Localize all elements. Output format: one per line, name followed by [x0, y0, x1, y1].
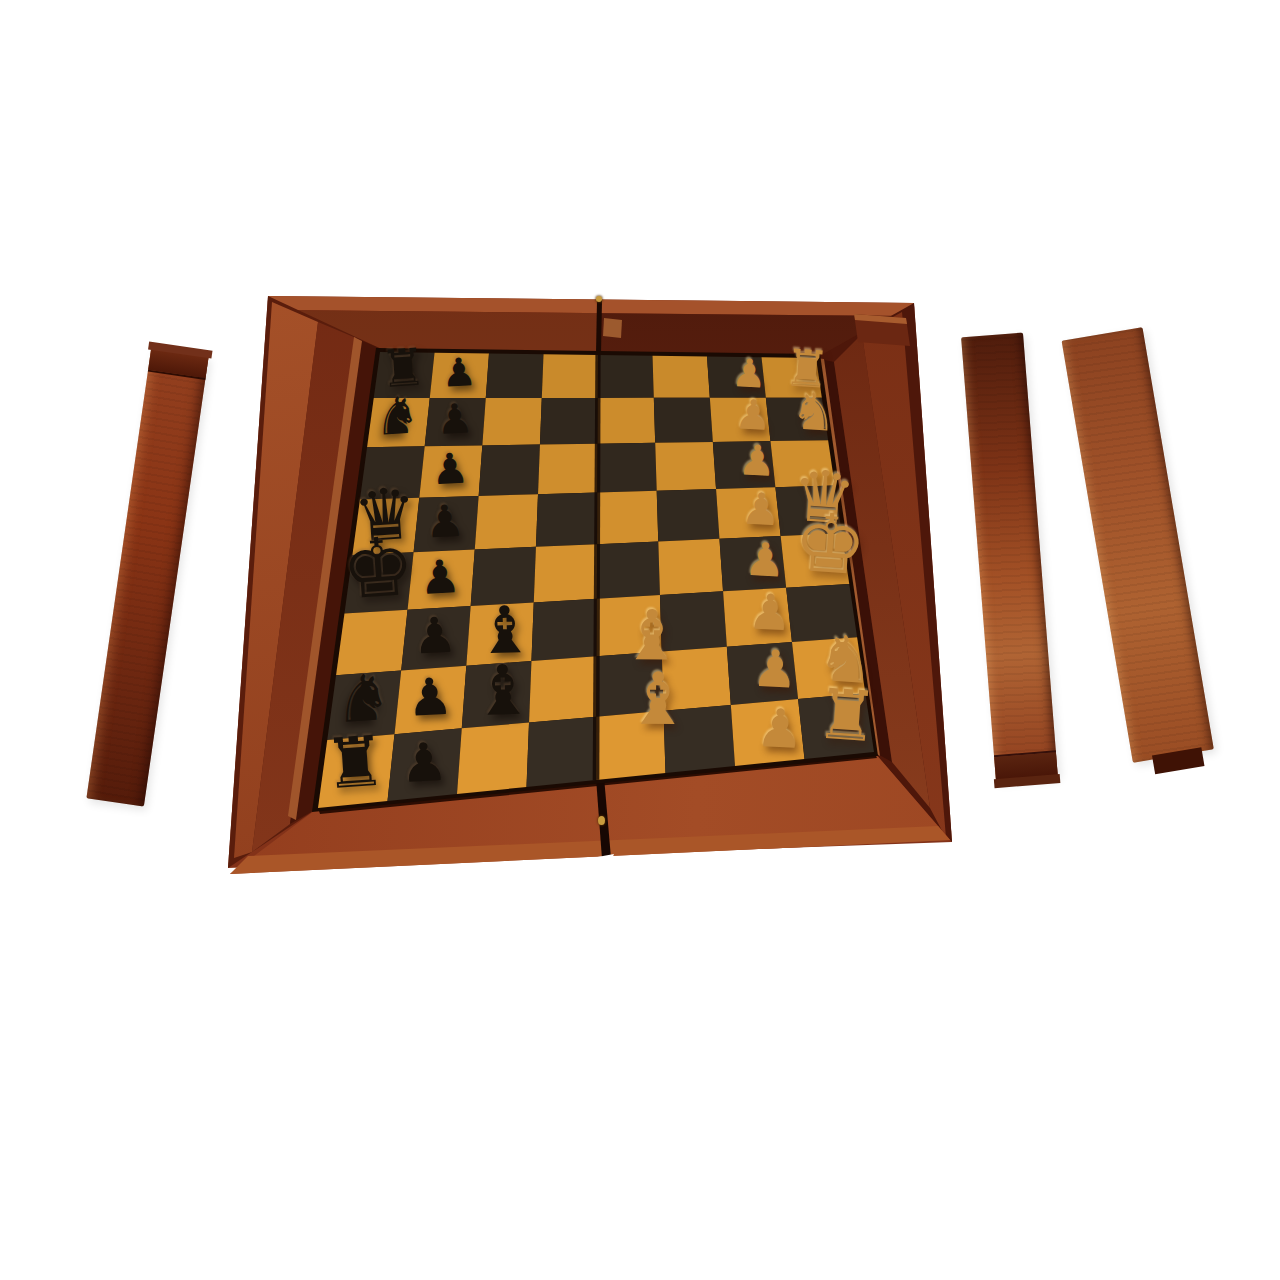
slat-endcap — [994, 750, 1058, 781]
piece-white-rook-h1[interactable]: ♜ — [814, 680, 880, 753]
piece-white-pawn-e2[interactable]: ♟ — [744, 536, 787, 584]
piece-black-pawn-g7[interactable]: ♟ — [405, 671, 453, 724]
piece-black-pawn-a7[interactable]: ♟ — [440, 352, 477, 393]
piece-white-knight-b1[interactable]: ♞ — [789, 385, 838, 439]
chess-box-scene: ♜♞♛♚♞♜♟♟♟♟♟♟♟♟♝♝♝♝♟♟♟♟♟♟♟♟♜♞♛♚♞♜ — [0, 0, 1280, 1280]
piece-black-pawn-d7[interactable]: ♟ — [425, 499, 467, 545]
piece-black-rook-h8[interactable]: ♜ — [322, 727, 388, 800]
piece-white-pawn-f2[interactable]: ♟ — [747, 588, 793, 639]
piece-white-pawn-g2[interactable]: ♟ — [751, 643, 799, 696]
piece-black-pawn-b7[interactable]: ♟ — [435, 398, 474, 441]
piece-white-pawn-b2[interactable]: ♟ — [733, 395, 772, 438]
piece-black-pawn-f7[interactable]: ♟ — [412, 610, 458, 661]
piece-black-king-e8[interactable]: ♚ — [339, 526, 417, 612]
piece-white-bishop-h4[interactable]: ♝ — [625, 662, 690, 735]
piece-black-bishop-g6[interactable]: ♝ — [471, 655, 535, 726]
piece-white-pawn-a2[interactable]: ♟ — [730, 353, 767, 394]
piece-black-knight-b8[interactable]: ♞ — [373, 389, 422, 443]
piece-white-pawn-d2[interactable]: ♟ — [740, 486, 782, 532]
piece-white-pawn-c2[interactable]: ♟ — [737, 440, 777, 484]
piece-black-pawn-h7[interactable]: ♟ — [399, 734, 449, 789]
piece-black-pawn-c7[interactable]: ♟ — [430, 447, 470, 491]
piece-white-king-e1[interactable]: ♚ — [791, 502, 869, 588]
piece-black-pawn-e7[interactable]: ♟ — [419, 553, 462, 601]
piece-white-pawn-h2[interactable]: ♟ — [755, 701, 805, 756]
chess-pieces-layer: ♜♞♛♚♞♜♟♟♟♟♟♟♟♟♝♝♝♝♟♟♟♟♟♟♟♟♜♞♛♚♞♜ — [0, 0, 1280, 1280]
